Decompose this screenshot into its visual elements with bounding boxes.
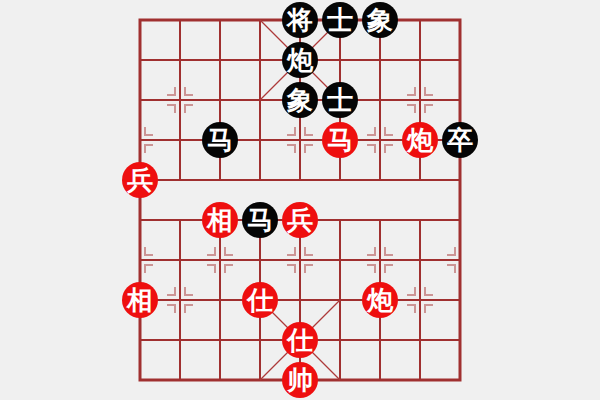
black-elephant-1[interactable]: 象 — [362, 2, 398, 38]
red-advisor-1[interactable]: 仕 — [242, 282, 278, 318]
black-general-cell: 将 — [280, 0, 320, 40]
red-advisor-2[interactable]: 仕 — [282, 322, 318, 358]
red-elephant-1[interactable]: 相 — [202, 202, 238, 238]
xiangqi-board[interactable]: 将士象炮象士马马炮卒兵相马兵相仕炮仕帅 — [120, 0, 480, 400]
black-horse-1[interactable]: 马 — [202, 122, 238, 158]
red-general[interactable]: 帅 — [282, 362, 318, 398]
red-elephant-1-cell: 相 — [200, 200, 240, 240]
red-horse[interactable]: 马 — [322, 122, 358, 158]
black-elephant-1-cell: 象 — [360, 0, 400, 40]
red-cannon-1-cell: 炮 — [400, 120, 440, 160]
red-advisor-1-cell: 仕 — [240, 280, 280, 320]
red-cannon-1[interactable]: 炮 — [402, 122, 438, 158]
black-elephant-2[interactable]: 象 — [282, 82, 318, 118]
red-pawn-2[interactable]: 兵 — [282, 202, 318, 238]
red-pawn-1-cell: 兵 — [120, 160, 160, 200]
black-horse-1-cell: 马 — [200, 120, 240, 160]
black-advisor-1-cell: 士 — [320, 0, 360, 40]
red-advisor-2-cell: 仕 — [280, 320, 320, 360]
red-pawn-2-cell: 兵 — [280, 200, 320, 240]
xiangqi-app-canvas: 将士象炮象士马马炮卒兵相马兵相仕炮仕帅 — [0, 0, 600, 400]
black-pawn[interactable]: 卒 — [442, 122, 478, 158]
red-cannon-2[interactable]: 炮 — [362, 282, 398, 318]
red-horse-cell: 马 — [320, 120, 360, 160]
red-pawn-1[interactable]: 兵 — [122, 162, 158, 198]
red-general-cell: 帅 — [280, 360, 320, 400]
black-advisor-2[interactable]: 士 — [322, 82, 358, 118]
black-advisor-2-cell: 士 — [320, 80, 360, 120]
black-horse-2-cell: 马 — [240, 200, 280, 240]
black-pawn-cell: 卒 — [440, 120, 480, 160]
black-cannon[interactable]: 炮 — [282, 42, 318, 78]
red-elephant-2[interactable]: 相 — [122, 282, 158, 318]
red-elephant-2-cell: 相 — [120, 280, 160, 320]
black-advisor-1[interactable]: 士 — [322, 2, 358, 38]
black-elephant-2-cell: 象 — [280, 80, 320, 120]
black-horse-2[interactable]: 马 — [242, 202, 278, 238]
red-cannon-2-cell: 炮 — [360, 280, 400, 320]
black-general[interactable]: 将 — [282, 2, 318, 38]
black-cannon-cell: 炮 — [280, 40, 320, 80]
